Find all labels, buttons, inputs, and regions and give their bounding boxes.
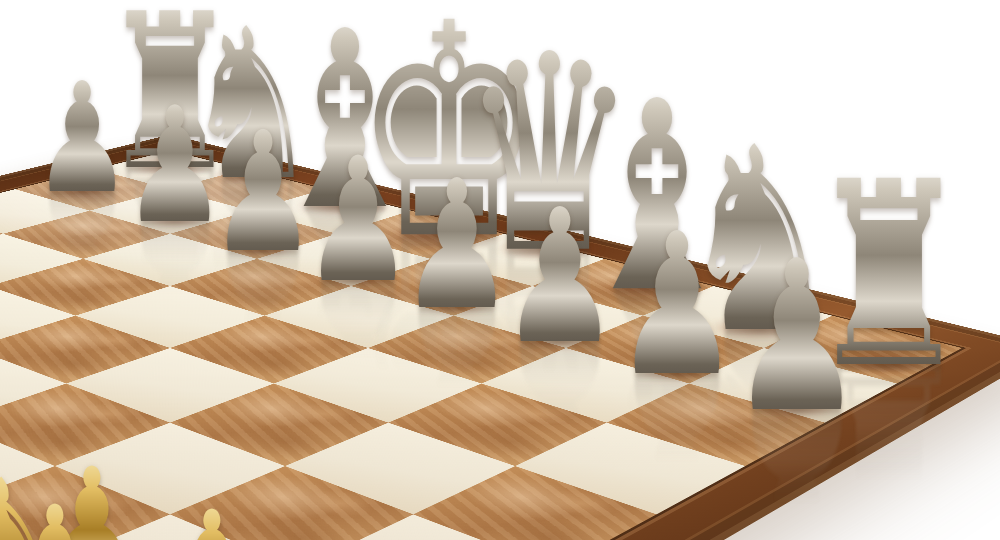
white-pawn-a2[interactable]: ♟ [704,233,890,441]
knight-glyph: ♞ [0,453,74,540]
black-knight[interactable]: ♞ [0,453,100,540]
pawn-glyph: ♟ [164,491,261,540]
photo-stage: ♜♞♝♚♛♝♞♜♟♟♟♟♟♟♟♟ ♜♞♝♚♛♝♞♜♟♟♟♟♟♟♟♟♞♟♟♟ [0,0,1000,540]
pawn-glyph: ♟ [730,233,864,441]
black-pawn[interactable]: ♟ [145,491,279,540]
